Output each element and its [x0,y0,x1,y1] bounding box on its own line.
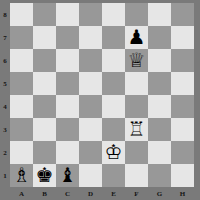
square-h6[interactable] [171,49,194,72]
file-label-d: D [79,188,102,200]
rank-label-5: 5 [0,72,10,95]
square-g1[interactable] [148,164,171,187]
square-d6[interactable] [79,49,102,72]
square-a8[interactable] [10,3,33,26]
square-g4[interactable] [148,95,171,118]
file-label-a: A [10,188,33,200]
square-h4[interactable] [171,95,194,118]
square-c1[interactable]: ♝ [56,164,79,187]
white-rook-f3[interactable]: ♖ [125,118,148,141]
square-d4[interactable] [79,95,102,118]
square-g5[interactable] [148,72,171,95]
square-c8[interactable] [56,3,79,26]
square-h1[interactable] [171,164,194,187]
file-label-f: F [125,188,148,200]
square-b1[interactable]: ♚ [33,164,56,187]
square-a7[interactable] [10,26,33,49]
rank-label-3: 3 [0,118,10,141]
file-label-e: E [102,188,125,200]
square-g3[interactable] [148,118,171,141]
square-c2[interactable] [56,141,79,164]
square-e7[interactable] [102,26,125,49]
black-king-b1[interactable]: ♚ [33,164,56,187]
square-e2[interactable]: ♔ [102,141,125,164]
square-h5[interactable] [171,72,194,95]
square-e8[interactable] [102,3,125,26]
square-d7[interactable] [79,26,102,49]
rank-label-2: 2 [0,141,10,164]
white-king-e2[interactable]: ♔ [102,141,125,164]
file-label-h: H [171,188,194,200]
file-labels: ABCDEFGH [10,188,194,200]
square-e6[interactable] [102,49,125,72]
square-f6[interactable]: ♕ [125,49,148,72]
chess-board: ♟♕♖♔♗♚♝ [10,3,194,187]
square-f2[interactable] [125,141,148,164]
rank-label-7: 7 [0,26,10,49]
square-a1[interactable]: ♗ [10,164,33,187]
square-h8[interactable] [171,3,194,26]
square-e1[interactable] [102,164,125,187]
square-f4[interactable] [125,95,148,118]
square-d5[interactable] [79,72,102,95]
square-e4[interactable] [102,95,125,118]
black-pawn-f7[interactable]: ♟ [125,26,148,49]
square-e3[interactable] [102,118,125,141]
square-d1[interactable] [79,164,102,187]
square-b8[interactable] [33,3,56,26]
square-e5[interactable] [102,72,125,95]
square-b5[interactable] [33,72,56,95]
rank-label-1: 1 [0,164,10,187]
square-g6[interactable] [148,49,171,72]
white-bishop-a1[interactable]: ♗ [10,164,33,187]
square-c3[interactable] [56,118,79,141]
square-g7[interactable] [148,26,171,49]
square-b3[interactable] [33,118,56,141]
square-h2[interactable] [171,141,194,164]
chess-diagram: 87654321 ♟♕♖♔♗♚♝ ABCDEFGH [0,0,200,200]
square-b6[interactable] [33,49,56,72]
square-a5[interactable] [10,72,33,95]
file-label-c: C [56,188,79,200]
square-f7[interactable]: ♟ [125,26,148,49]
rank-labels: 87654321 [0,3,10,187]
square-c4[interactable] [56,95,79,118]
square-a2[interactable] [10,141,33,164]
black-bishop-c1[interactable]: ♝ [56,164,79,187]
white-queen-f6[interactable]: ♕ [125,49,148,72]
square-f8[interactable] [125,3,148,26]
square-c6[interactable] [56,49,79,72]
square-b7[interactable] [33,26,56,49]
square-c5[interactable] [56,72,79,95]
rank-label-8: 8 [0,3,10,26]
square-c7[interactable] [56,26,79,49]
square-d2[interactable] [79,141,102,164]
square-f3[interactable]: ♖ [125,118,148,141]
rank-label-4: 4 [0,95,10,118]
square-h7[interactable] [171,26,194,49]
square-a6[interactable] [10,49,33,72]
square-h3[interactable] [171,118,194,141]
square-g2[interactable] [148,141,171,164]
square-b2[interactable] [33,141,56,164]
square-b4[interactable] [33,95,56,118]
square-f1[interactable] [125,164,148,187]
square-f5[interactable] [125,72,148,95]
file-label-b: B [33,188,56,200]
square-g8[interactable] [148,3,171,26]
square-d8[interactable] [79,3,102,26]
square-d3[interactable] [79,118,102,141]
rank-label-6: 6 [0,49,10,72]
square-a3[interactable] [10,118,33,141]
square-a4[interactable] [10,95,33,118]
file-label-g: G [148,188,171,200]
